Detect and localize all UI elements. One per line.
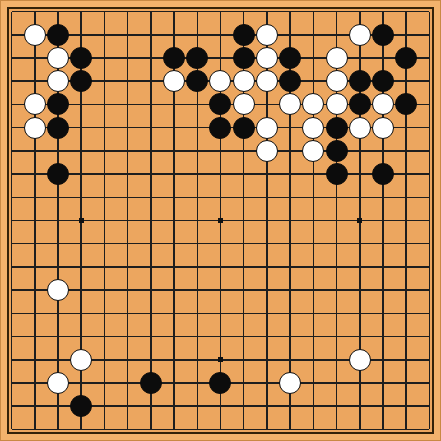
intersection[interactable]: [186, 139, 209, 162]
intersection[interactable]: [395, 418, 418, 441]
intersection[interactable]: [186, 418, 209, 441]
intersection[interactable]: [371, 70, 394, 93]
intersection[interactable]: [0, 418, 23, 441]
intersection[interactable]: [70, 348, 93, 371]
intersection[interactable]: [186, 279, 209, 302]
intersection[interactable]: [371, 0, 394, 23]
intersection[interactable]: [70, 418, 93, 441]
intersection[interactable]: [70, 395, 93, 418]
intersection[interactable]: [186, 186, 209, 209]
intersection[interactable]: [279, 279, 302, 302]
intersection[interactable]: [232, 371, 255, 394]
intersection[interactable]: [70, 116, 93, 139]
intersection[interactable]: [116, 279, 139, 302]
intersection[interactable]: [302, 232, 325, 255]
intersection[interactable]: [325, 116, 348, 139]
intersection[interactable]: [371, 116, 394, 139]
intersection[interactable]: [139, 0, 162, 23]
intersection[interactable]: [371, 46, 394, 69]
intersection[interactable]: [139, 209, 162, 232]
intersection[interactable]: [162, 279, 185, 302]
intersection[interactable]: [23, 162, 46, 185]
intersection[interactable]: [371, 23, 394, 46]
intersection[interactable]: [186, 0, 209, 23]
intersection[interactable]: [279, 0, 302, 23]
intersection[interactable]: [418, 395, 441, 418]
intersection[interactable]: [186, 395, 209, 418]
intersection[interactable]: [395, 348, 418, 371]
intersection[interactable]: [348, 325, 371, 348]
intersection[interactable]: [70, 255, 93, 278]
intersection[interactable]: [232, 255, 255, 278]
intersection[interactable]: [418, 139, 441, 162]
intersection[interactable]: [93, 371, 116, 394]
intersection[interactable]: [418, 325, 441, 348]
intersection[interactable]: [302, 0, 325, 23]
intersection[interactable]: [232, 325, 255, 348]
intersection[interactable]: [325, 23, 348, 46]
intersection[interactable]: [255, 302, 278, 325]
intersection[interactable]: [325, 93, 348, 116]
intersection[interactable]: [209, 139, 232, 162]
intersection[interactable]: [23, 395, 46, 418]
intersection[interactable]: [348, 418, 371, 441]
intersection[interactable]: [70, 232, 93, 255]
intersection[interactable]: [70, 209, 93, 232]
intersection[interactable]: [0, 325, 23, 348]
intersection[interactable]: [116, 325, 139, 348]
intersection[interactable]: [162, 325, 185, 348]
intersection[interactable]: [46, 255, 69, 278]
intersection[interactable]: [348, 46, 371, 69]
intersection[interactable]: [209, 209, 232, 232]
intersection[interactable]: [162, 23, 185, 46]
intersection[interactable]: [46, 23, 69, 46]
intersection[interactable]: [139, 279, 162, 302]
intersection[interactable]: [209, 418, 232, 441]
intersection[interactable]: [139, 348, 162, 371]
intersection[interactable]: [348, 209, 371, 232]
intersection[interactable]: [186, 162, 209, 185]
intersection[interactable]: [116, 116, 139, 139]
intersection[interactable]: [186, 302, 209, 325]
intersection[interactable]: [116, 23, 139, 46]
intersection[interactable]: [232, 23, 255, 46]
intersection[interactable]: [255, 232, 278, 255]
intersection[interactable]: [93, 162, 116, 185]
intersection[interactable]: [0, 395, 23, 418]
intersection[interactable]: [255, 46, 278, 69]
intersection[interactable]: [255, 23, 278, 46]
intersection[interactable]: [162, 116, 185, 139]
intersection[interactable]: [139, 371, 162, 394]
intersection[interactable]: [162, 0, 185, 23]
intersection[interactable]: [93, 209, 116, 232]
intersection[interactable]: [255, 255, 278, 278]
intersection[interactable]: [0, 209, 23, 232]
intersection[interactable]: [302, 139, 325, 162]
intersection[interactable]: [302, 371, 325, 394]
intersection[interactable]: [279, 23, 302, 46]
intersection[interactable]: [325, 279, 348, 302]
intersection[interactable]: [46, 232, 69, 255]
intersection[interactable]: [395, 302, 418, 325]
intersection[interactable]: [232, 70, 255, 93]
intersection[interactable]: [395, 255, 418, 278]
intersection[interactable]: [395, 186, 418, 209]
intersection[interactable]: [70, 93, 93, 116]
intersection[interactable]: [371, 279, 394, 302]
intersection[interactable]: [0, 279, 23, 302]
intersection[interactable]: [348, 232, 371, 255]
intersection[interactable]: [418, 418, 441, 441]
intersection[interactable]: [348, 23, 371, 46]
intersection[interactable]: [70, 186, 93, 209]
intersection[interactable]: [418, 348, 441, 371]
intersection[interactable]: [348, 255, 371, 278]
intersection[interactable]: [139, 46, 162, 69]
intersection[interactable]: [70, 302, 93, 325]
intersection[interactable]: [93, 418, 116, 441]
intersection[interactable]: [0, 186, 23, 209]
intersection[interactable]: [302, 70, 325, 93]
intersection[interactable]: [46, 116, 69, 139]
intersection[interactable]: [23, 325, 46, 348]
intersection[interactable]: [0, 302, 23, 325]
intersection[interactable]: [279, 139, 302, 162]
intersection[interactable]: [23, 418, 46, 441]
intersection[interactable]: [348, 0, 371, 23]
intersection[interactable]: [93, 116, 116, 139]
intersection[interactable]: [302, 418, 325, 441]
intersection[interactable]: [46, 279, 69, 302]
intersection[interactable]: [232, 279, 255, 302]
intersection[interactable]: [348, 279, 371, 302]
intersection[interactable]: [255, 0, 278, 23]
intersection[interactable]: [46, 302, 69, 325]
intersection[interactable]: [162, 232, 185, 255]
intersection[interactable]: [46, 162, 69, 185]
intersection[interactable]: [186, 325, 209, 348]
intersection[interactable]: [302, 209, 325, 232]
intersection[interactable]: [93, 70, 116, 93]
intersection[interactable]: [325, 0, 348, 23]
intersection[interactable]: [302, 162, 325, 185]
intersection[interactable]: [371, 162, 394, 185]
intersection[interactable]: [116, 139, 139, 162]
intersection[interactable]: [70, 279, 93, 302]
intersection[interactable]: [395, 209, 418, 232]
intersection[interactable]: [70, 162, 93, 185]
intersection[interactable]: [139, 139, 162, 162]
intersection[interactable]: [0, 255, 23, 278]
intersection[interactable]: [302, 186, 325, 209]
intersection[interactable]: [209, 70, 232, 93]
intersection[interactable]: [139, 162, 162, 185]
intersection[interactable]: [232, 302, 255, 325]
intersection[interactable]: [93, 255, 116, 278]
intersection[interactable]: [395, 139, 418, 162]
intersection[interactable]: [46, 0, 69, 23]
intersection[interactable]: [395, 93, 418, 116]
intersection[interactable]: [139, 186, 162, 209]
intersection[interactable]: [93, 348, 116, 371]
intersection[interactable]: [279, 232, 302, 255]
intersection[interactable]: [395, 70, 418, 93]
intersection[interactable]: [116, 0, 139, 23]
intersection[interactable]: [0, 23, 23, 46]
intersection[interactable]: [348, 186, 371, 209]
intersection[interactable]: [395, 279, 418, 302]
intersection[interactable]: [325, 186, 348, 209]
intersection[interactable]: [209, 255, 232, 278]
intersection[interactable]: [418, 186, 441, 209]
intersection[interactable]: [232, 348, 255, 371]
intersection[interactable]: [279, 46, 302, 69]
intersection[interactable]: [232, 209, 255, 232]
intersection[interactable]: [348, 371, 371, 394]
intersection[interactable]: [46, 418, 69, 441]
intersection[interactable]: [418, 255, 441, 278]
intersection[interactable]: [232, 93, 255, 116]
intersection[interactable]: [0, 139, 23, 162]
intersection[interactable]: [279, 302, 302, 325]
intersection[interactable]: [371, 325, 394, 348]
intersection[interactable]: [209, 232, 232, 255]
intersection[interactable]: [279, 186, 302, 209]
intersection[interactable]: [0, 46, 23, 69]
intersection[interactable]: [209, 325, 232, 348]
intersection[interactable]: [116, 418, 139, 441]
intersection[interactable]: [395, 232, 418, 255]
intersection[interactable]: [371, 395, 394, 418]
intersection[interactable]: [302, 116, 325, 139]
intersection[interactable]: [325, 46, 348, 69]
intersection[interactable]: [23, 23, 46, 46]
intersection[interactable]: [255, 325, 278, 348]
intersection[interactable]: [279, 116, 302, 139]
intersection[interactable]: [371, 209, 394, 232]
intersection[interactable]: [23, 348, 46, 371]
intersection[interactable]: [0, 348, 23, 371]
intersection[interactable]: [116, 209, 139, 232]
intersection[interactable]: [232, 46, 255, 69]
intersection[interactable]: [0, 70, 23, 93]
intersection[interactable]: [302, 93, 325, 116]
intersection[interactable]: [162, 162, 185, 185]
intersection[interactable]: [139, 325, 162, 348]
intersection[interactable]: [0, 232, 23, 255]
intersection[interactable]: [232, 139, 255, 162]
intersection[interactable]: [325, 371, 348, 394]
intersection[interactable]: [395, 395, 418, 418]
intersection[interactable]: [93, 302, 116, 325]
intersection[interactable]: [23, 209, 46, 232]
intersection[interactable]: [23, 46, 46, 69]
intersection[interactable]: [0, 371, 23, 394]
intersection[interactable]: [23, 139, 46, 162]
intersection[interactable]: [371, 232, 394, 255]
intersection[interactable]: [23, 70, 46, 93]
intersection[interactable]: [70, 325, 93, 348]
intersection[interactable]: [395, 23, 418, 46]
intersection[interactable]: [93, 279, 116, 302]
intersection[interactable]: [0, 162, 23, 185]
intersection[interactable]: [162, 302, 185, 325]
intersection[interactable]: [186, 232, 209, 255]
intersection[interactable]: [348, 162, 371, 185]
intersection[interactable]: [186, 371, 209, 394]
intersection[interactable]: [46, 371, 69, 394]
intersection[interactable]: [279, 348, 302, 371]
intersection[interactable]: [93, 186, 116, 209]
intersection[interactable]: [23, 93, 46, 116]
intersection[interactable]: [232, 116, 255, 139]
intersection[interactable]: [46, 395, 69, 418]
intersection[interactable]: [116, 186, 139, 209]
intersection[interactable]: [46, 70, 69, 93]
intersection[interactable]: [209, 23, 232, 46]
intersection[interactable]: [348, 70, 371, 93]
intersection[interactable]: [279, 93, 302, 116]
intersection[interactable]: [325, 325, 348, 348]
intersection[interactable]: [232, 162, 255, 185]
intersection[interactable]: [93, 395, 116, 418]
intersection[interactable]: [23, 279, 46, 302]
intersection[interactable]: [255, 371, 278, 394]
intersection[interactable]: [209, 46, 232, 69]
intersection[interactable]: [139, 232, 162, 255]
intersection[interactable]: [139, 23, 162, 46]
intersection[interactable]: [255, 162, 278, 185]
intersection[interactable]: [116, 302, 139, 325]
intersection[interactable]: [186, 255, 209, 278]
intersection[interactable]: [418, 279, 441, 302]
intersection[interactable]: [139, 418, 162, 441]
intersection[interactable]: [209, 348, 232, 371]
intersection[interactable]: [116, 255, 139, 278]
intersection[interactable]: [23, 116, 46, 139]
intersection[interactable]: [23, 232, 46, 255]
intersection[interactable]: [325, 255, 348, 278]
intersection[interactable]: [162, 348, 185, 371]
intersection[interactable]: [93, 232, 116, 255]
intersection[interactable]: [162, 418, 185, 441]
intersection[interactable]: [0, 116, 23, 139]
intersection[interactable]: [186, 23, 209, 46]
intersection[interactable]: [395, 46, 418, 69]
intersection[interactable]: [371, 348, 394, 371]
intersection[interactable]: [93, 325, 116, 348]
intersection[interactable]: [302, 23, 325, 46]
intersection[interactable]: [255, 186, 278, 209]
intersection[interactable]: [255, 395, 278, 418]
intersection[interactable]: [395, 162, 418, 185]
intersection[interactable]: [162, 209, 185, 232]
intersection[interactable]: [348, 93, 371, 116]
intersection[interactable]: [418, 302, 441, 325]
intersection[interactable]: [325, 418, 348, 441]
intersection[interactable]: [279, 209, 302, 232]
intersection[interactable]: [70, 70, 93, 93]
intersection[interactable]: [116, 70, 139, 93]
intersection[interactable]: [93, 139, 116, 162]
intersection[interactable]: [348, 348, 371, 371]
intersection[interactable]: [23, 0, 46, 23]
intersection[interactable]: [70, 139, 93, 162]
intersection[interactable]: [255, 116, 278, 139]
intersection[interactable]: [93, 46, 116, 69]
intersection[interactable]: [371, 418, 394, 441]
intersection[interactable]: [255, 418, 278, 441]
intersection[interactable]: [139, 395, 162, 418]
intersection[interactable]: [255, 93, 278, 116]
intersection[interactable]: [371, 93, 394, 116]
intersection[interactable]: [162, 255, 185, 278]
intersection[interactable]: [116, 395, 139, 418]
intersection[interactable]: [93, 0, 116, 23]
intersection[interactable]: [162, 46, 185, 69]
intersection[interactable]: [395, 371, 418, 394]
intersection[interactable]: [116, 232, 139, 255]
intersection[interactable]: [325, 162, 348, 185]
intersection[interactable]: [325, 232, 348, 255]
intersection[interactable]: [186, 46, 209, 69]
intersection[interactable]: [23, 255, 46, 278]
intersection[interactable]: [348, 395, 371, 418]
intersection[interactable]: [279, 70, 302, 93]
intersection[interactable]: [348, 139, 371, 162]
intersection[interactable]: [418, 23, 441, 46]
intersection[interactable]: [371, 371, 394, 394]
intersection[interactable]: [418, 162, 441, 185]
intersection[interactable]: [302, 46, 325, 69]
intersection[interactable]: [209, 93, 232, 116]
intersection[interactable]: [139, 255, 162, 278]
intersection[interactable]: [325, 139, 348, 162]
intersection[interactable]: [209, 0, 232, 23]
intersection[interactable]: [302, 302, 325, 325]
intersection[interactable]: [418, 116, 441, 139]
intersection[interactable]: [46, 348, 69, 371]
intersection[interactable]: [418, 93, 441, 116]
intersection[interactable]: [255, 279, 278, 302]
intersection[interactable]: [418, 46, 441, 69]
intersection[interactable]: [418, 371, 441, 394]
intersection[interactable]: [232, 186, 255, 209]
intersection[interactable]: [162, 186, 185, 209]
intersection[interactable]: [162, 70, 185, 93]
intersection[interactable]: [371, 302, 394, 325]
intersection[interactable]: [93, 23, 116, 46]
intersection[interactable]: [139, 70, 162, 93]
intersection[interactable]: [116, 348, 139, 371]
intersection[interactable]: [209, 186, 232, 209]
intersection[interactable]: [255, 348, 278, 371]
intersection[interactable]: [46, 93, 69, 116]
intersection[interactable]: [46, 325, 69, 348]
intersection[interactable]: [23, 371, 46, 394]
intersection[interactable]: [23, 186, 46, 209]
intersection[interactable]: [302, 348, 325, 371]
intersection[interactable]: [279, 371, 302, 394]
intersection[interactable]: [418, 209, 441, 232]
intersection[interactable]: [139, 302, 162, 325]
intersection[interactable]: [93, 93, 116, 116]
intersection[interactable]: [162, 395, 185, 418]
intersection[interactable]: [186, 348, 209, 371]
intersection[interactable]: [279, 325, 302, 348]
